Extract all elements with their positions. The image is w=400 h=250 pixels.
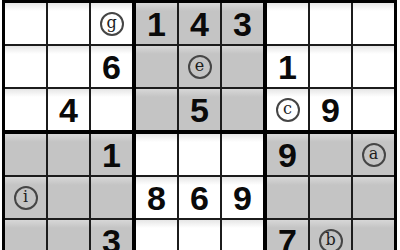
cell-r1c3[interactable]: g <box>91 3 132 44</box>
cell-r4c4[interactable] <box>136 134 177 175</box>
cell-r6c6[interactable] <box>222 220 263 250</box>
cell-r1c7[interactable] <box>267 3 308 44</box>
cell-r5c1[interactable]: i <box>5 177 46 218</box>
cell-r5c9[interactable] <box>353 177 394 218</box>
cell-r3c3[interactable] <box>91 89 132 130</box>
cell-r1c4[interactable]: 1 <box>136 3 177 44</box>
box-3: 1c9 <box>267 3 394 130</box>
cell-r5c3[interactable] <box>91 177 132 218</box>
cell-r6c9[interactable] <box>353 220 394 250</box>
cell-r4c8[interactable] <box>310 134 351 175</box>
cell-r3c9[interactable] <box>353 89 394 130</box>
given-digit: 9 <box>233 181 252 215</box>
sudoku-board: g64143e51c91i38699a7b <box>2 0 397 250</box>
circled-letter-g: g <box>100 12 124 36</box>
cell-r3c7[interactable]: c <box>267 89 308 130</box>
cell-r5c4[interactable]: 8 <box>136 177 177 218</box>
cell-r6c7[interactable]: 7 <box>267 220 308 250</box>
cell-r2c3[interactable]: 6 <box>91 46 132 87</box>
cell-r4c3[interactable]: 1 <box>91 134 132 175</box>
cell-r1c1[interactable] <box>5 3 46 44</box>
cell-r5c5[interactable]: 6 <box>179 177 220 218</box>
given-digit: 3 <box>102 224 121 250</box>
cell-r1c5[interactable]: 4 <box>179 3 220 44</box>
given-digit: 4 <box>59 93 78 127</box>
cell-r1c9[interactable] <box>353 3 394 44</box>
given-digit: 9 <box>321 93 340 127</box>
cell-r4c5[interactable] <box>179 134 220 175</box>
cell-r2c6[interactable] <box>222 46 263 87</box>
cell-r5c2[interactable] <box>48 177 89 218</box>
cell-r6c1[interactable] <box>5 220 46 250</box>
cell-r4c1[interactable] <box>5 134 46 175</box>
circled-letter-i: i <box>14 186 38 210</box>
cell-r6c5[interactable] <box>179 220 220 250</box>
given-digit: 7 <box>278 224 297 250</box>
given-digit: 1 <box>102 138 121 172</box>
cell-r3c2[interactable]: 4 <box>48 89 89 130</box>
cell-r2c9[interactable] <box>353 46 394 87</box>
given-digit: 3 <box>233 7 252 41</box>
cell-r4c6[interactable] <box>222 134 263 175</box>
box-4: 1i3 <box>5 134 132 250</box>
cell-r2c5[interactable]: e <box>179 46 220 87</box>
box-5: 869 <box>136 134 263 250</box>
cell-r5c6[interactable]: 9 <box>222 177 263 218</box>
cell-r5c7[interactable] <box>267 177 308 218</box>
given-digit: 8 <box>147 181 166 215</box>
cell-r3c1[interactable] <box>5 89 46 130</box>
cell-r3c5[interactable]: 5 <box>179 89 220 130</box>
given-digit: 1 <box>147 7 166 41</box>
given-digit: 4 <box>190 7 209 41</box>
given-digit: 9 <box>278 138 297 172</box>
cell-r2c2[interactable] <box>48 46 89 87</box>
cell-r6c3[interactable]: 3 <box>91 220 132 250</box>
cell-r1c2[interactable] <box>48 3 89 44</box>
box-6: 9a7b <box>267 134 394 250</box>
cell-r2c7[interactable]: 1 <box>267 46 308 87</box>
cell-r6c4[interactable] <box>136 220 177 250</box>
cell-r4c7[interactable]: 9 <box>267 134 308 175</box>
cell-r2c4[interactable] <box>136 46 177 87</box>
cell-r5c8[interactable] <box>310 177 351 218</box>
given-digit: 1 <box>278 50 297 84</box>
given-digit: 6 <box>102 50 121 84</box>
cell-r2c8[interactable] <box>310 46 351 87</box>
cell-r4c2[interactable] <box>48 134 89 175</box>
cell-r3c6[interactable] <box>222 89 263 130</box>
circled-letter-c: c <box>276 98 300 122</box>
cell-r3c8[interactable]: 9 <box>310 89 351 130</box>
cell-r3c4[interactable] <box>136 89 177 130</box>
box-2: 143e5 <box>136 3 263 130</box>
circled-letter-b: b <box>319 229 343 250</box>
cell-r1c6[interactable]: 3 <box>222 3 263 44</box>
given-digit: 6 <box>190 181 209 215</box>
circled-letter-a: a <box>362 143 386 167</box>
given-digit: 5 <box>190 93 209 127</box>
cell-r6c2[interactable] <box>48 220 89 250</box>
cell-r6c8[interactable]: b <box>310 220 351 250</box>
cell-r4c9[interactable]: a <box>353 134 394 175</box>
box-1: g64 <box>5 3 132 130</box>
cell-r2c1[interactable] <box>5 46 46 87</box>
cell-r1c8[interactable] <box>310 3 351 44</box>
circled-letter-e: e <box>188 55 212 79</box>
